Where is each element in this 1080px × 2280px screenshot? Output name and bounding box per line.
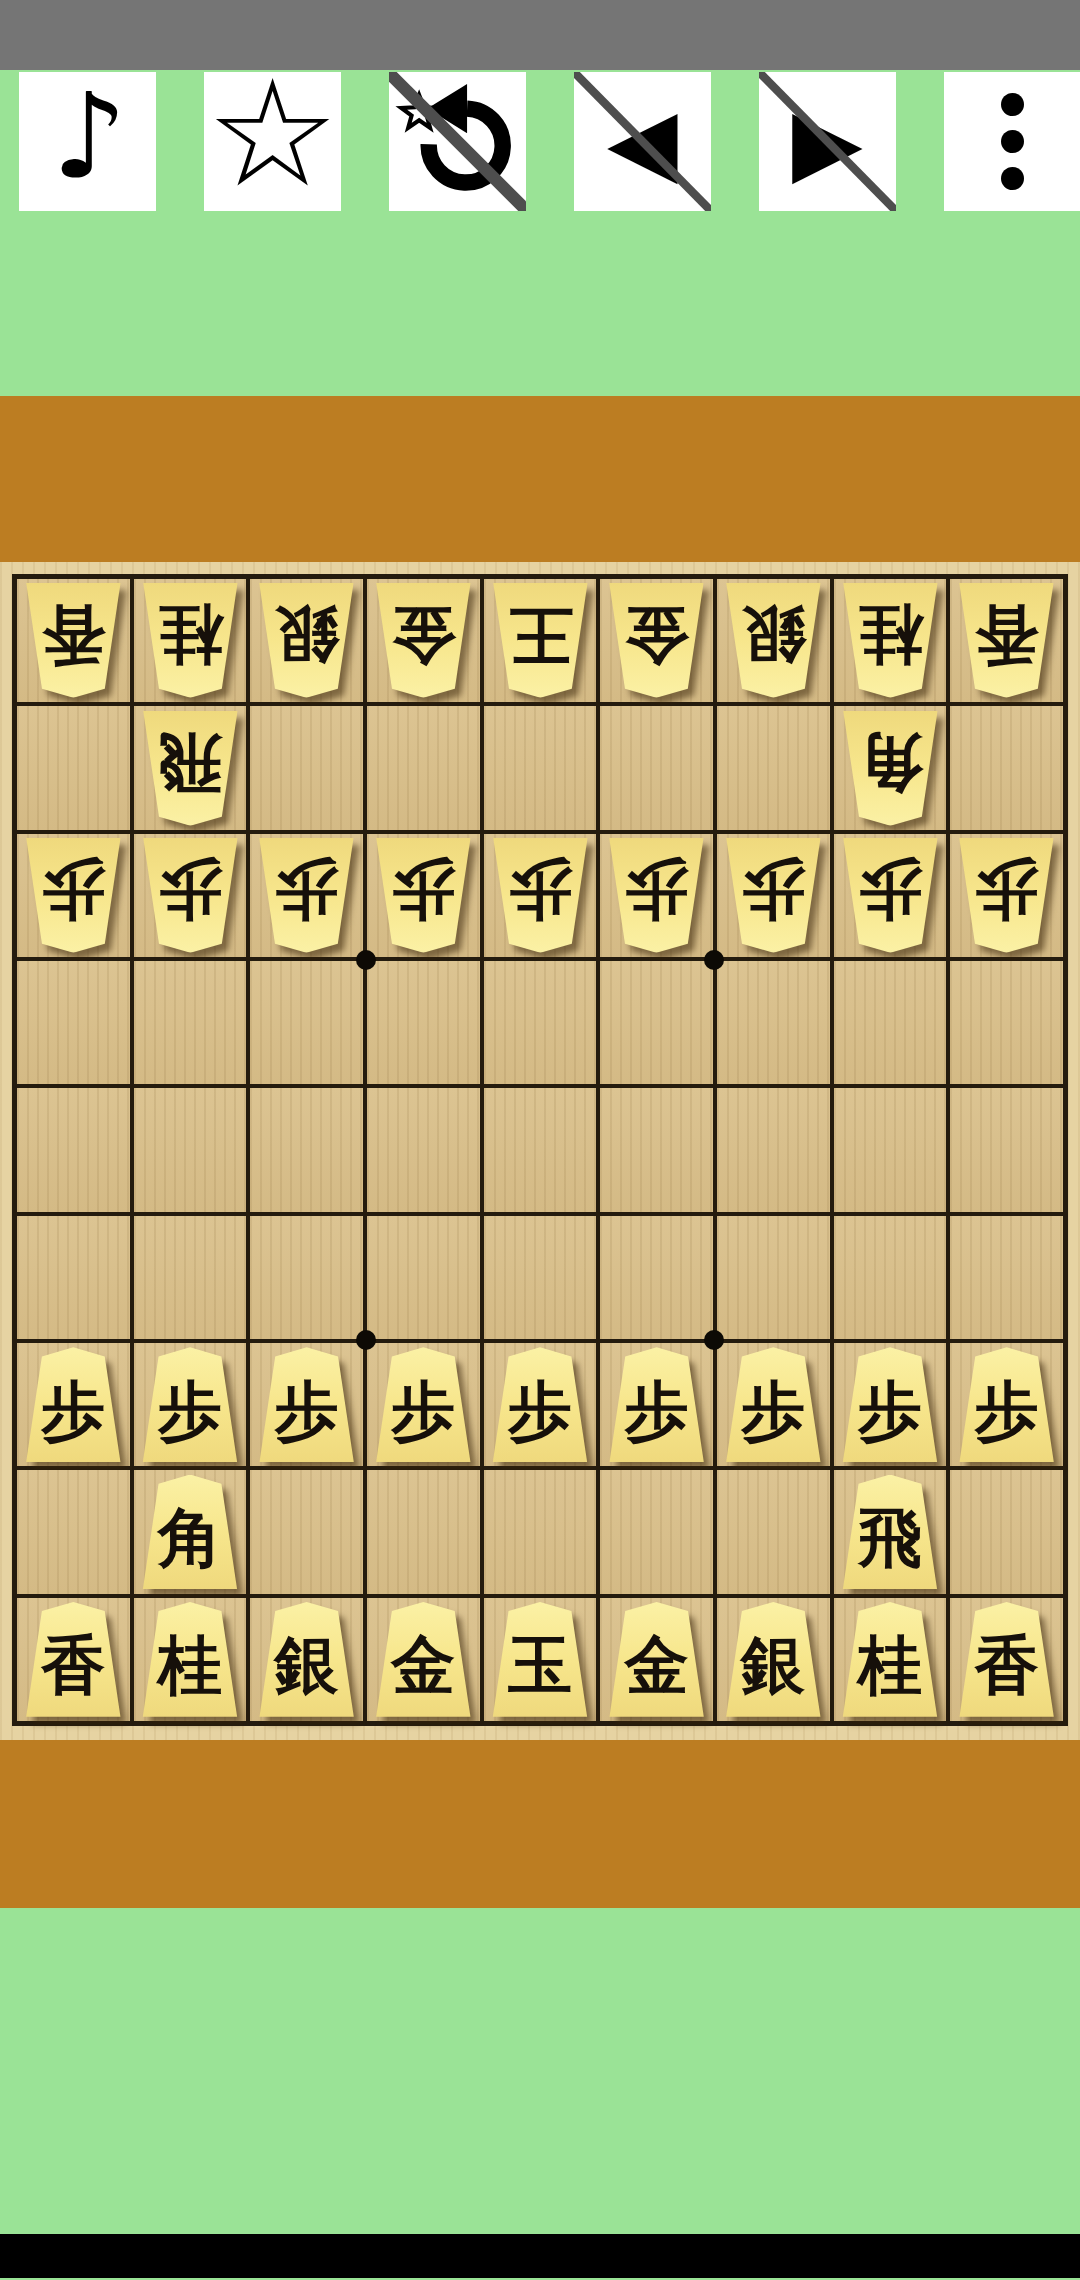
shogi-app-screen: ♪ ☆ ◀ ▶ (0, 0, 1080, 2280)
shogi-piece-sente-bishop[interactable]: 角 (138, 1472, 243, 1592)
shogi-piece-sente-pawn[interactable]: 歩 (954, 1345, 1059, 1465)
piece-kanji: 桂 (158, 603, 222, 667)
piece-body: 金 (371, 583, 476, 698)
shogi-piece-gote-rook[interactable]: 飛 (138, 708, 243, 828)
status-bar (0, 0, 1080, 70)
board-cell-1c[interactable]: 歩 (950, 834, 1063, 957)
piece-body: 歩 (138, 1347, 243, 1462)
board-cell-3b[interactable] (717, 706, 830, 829)
piece-body: 歩 (954, 1347, 1059, 1462)
piece-kanji: 歩 (508, 857, 572, 921)
shogi-piece-sente-pawn[interactable]: 歩 (21, 1345, 126, 1465)
board-cell-8c[interactable]: 歩 (134, 834, 247, 957)
board-cell-8f[interactable] (134, 1216, 247, 1339)
board-cell-4f[interactable] (600, 1216, 713, 1339)
board-cell-9h[interactable] (17, 1470, 130, 1593)
board-cell-9i[interactable]: 香 (17, 1598, 130, 1721)
shogi-piece-gote-king[interactable]: 王 (488, 581, 593, 701)
board-cell-1h[interactable] (950, 1470, 1063, 1593)
piece-body: 角 (838, 711, 943, 826)
piece-body: 王 (488, 583, 593, 698)
shogi-piece-sente-pawn[interactable]: 歩 (488, 1345, 593, 1465)
shogi-piece-gote-pawn[interactable]: 歩 (954, 836, 1059, 956)
piece-kanji: 飛 (858, 1506, 922, 1570)
piece-kanji: 金 (625, 603, 689, 667)
board-cell-7i[interactable]: 銀 (250, 1598, 363, 1721)
piece-body: 歩 (138, 838, 243, 953)
brown-band-bottom (0, 1740, 1080, 1908)
piece-body: 歩 (721, 838, 826, 953)
board-cell-4e[interactable] (600, 1088, 713, 1211)
piece-body: 銀 (721, 583, 826, 698)
music-note-icon: ♪ (52, 77, 127, 195)
piece-kanji: 歩 (41, 1379, 105, 1443)
piece-kanji: 桂 (158, 1633, 222, 1697)
board-cell-9e[interactable] (17, 1088, 130, 1211)
shogi-piece-gote-pawn[interactable]: 歩 (604, 836, 709, 956)
board-cell-3g[interactable]: 歩 (717, 1343, 830, 1466)
board-cell-7c[interactable]: 歩 (250, 834, 363, 957)
board-cell-1g[interactable]: 歩 (950, 1343, 1063, 1466)
board-cell-6i[interactable]: 金 (367, 1598, 480, 1721)
board-cell-2d[interactable] (834, 961, 947, 1084)
piece-body: 金 (604, 583, 709, 698)
board-cell-7e[interactable] (250, 1088, 363, 1211)
piece-body: 金 (604, 1602, 709, 1717)
board-cell-5d[interactable] (484, 961, 597, 1084)
forward-move-button[interactable]: ▶ (759, 72, 896, 211)
piece-body: 歩 (838, 838, 943, 953)
shogi-piece-gote-bishop[interactable]: 角 (838, 708, 943, 828)
shogi-piece-sente-pawn[interactable]: 歩 (254, 1345, 359, 1465)
piece-kanji: 歩 (275, 857, 339, 921)
shogi-piece-sente-gold[interactable]: 金 (604, 1600, 709, 1720)
board-star-point (356, 950, 376, 970)
piece-kanji: 銀 (275, 603, 339, 667)
shogi-piece-gote-pawn[interactable]: 歩 (21, 836, 126, 956)
shogi-piece-sente-silver[interactable]: 銀 (721, 1600, 826, 1720)
piece-kanji: 歩 (741, 857, 805, 921)
shogi-piece-gote-pawn[interactable]: 歩 (138, 836, 243, 956)
board-cell-8b[interactable]: 飛 (134, 706, 247, 829)
shogi-piece-gote-pawn[interactable]: 歩 (254, 836, 359, 956)
piece-body: 歩 (371, 838, 476, 953)
piece-kanji: 歩 (158, 857, 222, 921)
board-cell-3c[interactable]: 歩 (717, 834, 830, 957)
piece-body: 歩 (721, 1347, 826, 1462)
board-cell-4i[interactable]: 金 (600, 1598, 713, 1721)
board-cell-4g[interactable]: 歩 (600, 1343, 713, 1466)
shogi-piece-sente-pawn[interactable]: 歩 (838, 1345, 943, 1465)
shogi-piece-gote-silver[interactable]: 銀 (254, 581, 359, 701)
board-cell-7h[interactable] (250, 1470, 363, 1593)
board-cell-5g[interactable]: 歩 (484, 1343, 597, 1466)
board-cell-3f[interactable] (717, 1216, 830, 1339)
shogi-piece-sente-rook[interactable]: 飛 (838, 1472, 943, 1592)
piece-body: 歩 (488, 838, 593, 953)
shogi-piece-sente-silver[interactable]: 銀 (254, 1600, 359, 1720)
piece-kanji: 歩 (975, 857, 1039, 921)
shogi-piece-gote-gold[interactable]: 金 (371, 581, 476, 701)
board-cell-7a[interactable]: 銀 (250, 579, 363, 702)
shogi-board-grid: 香桂銀金王金銀桂香飛角歩歩歩歩歩歩歩歩歩歩歩歩歩歩歩歩歩歩角飛香桂銀金玉金銀桂香 (12, 574, 1068, 1726)
piece-body: 桂 (838, 583, 943, 698)
board-cell-4d[interactable] (600, 961, 713, 1084)
piece-kanji: 金 (625, 1633, 689, 1697)
board-cell-5c[interactable]: 歩 (484, 834, 597, 957)
board-cell-1a[interactable]: 香 (950, 579, 1063, 702)
triangle-left-icon: ◀ (607, 96, 678, 188)
board-star-point (704, 1330, 724, 1350)
board-cell-8g[interactable]: 歩 (134, 1343, 247, 1466)
sound-button[interactable]: ♪ (19, 72, 156, 211)
shogi-piece-gote-lance[interactable]: 香 (954, 581, 1059, 701)
shogi-piece-gote-pawn[interactable]: 歩 (721, 836, 826, 956)
board-cell-3h[interactable] (717, 1470, 830, 1593)
shogi-piece-sente-knight[interactable]: 桂 (138, 1600, 243, 1720)
board-cell-7b[interactable] (250, 706, 363, 829)
board-cell-2i[interactable]: 桂 (834, 1598, 947, 1721)
piece-kanji: 歩 (391, 857, 455, 921)
board-cell-2b[interactable]: 角 (834, 706, 947, 829)
restart-star-icon (389, 72, 526, 211)
piece-kanji: 桂 (858, 1633, 922, 1697)
piece-kanji: 歩 (975, 1379, 1039, 1443)
piece-body: 銀 (254, 1602, 359, 1717)
board-cell-2c[interactable]: 歩 (834, 834, 947, 957)
board-cell-9f[interactable] (17, 1216, 130, 1339)
piece-body: 香 (954, 1602, 1059, 1717)
triangle-right-icon: ▶ (792, 96, 863, 188)
piece-kanji: 玉 (508, 1633, 572, 1697)
piece-kanji: 歩 (275, 1379, 339, 1443)
board-cell-3a[interactable]: 銀 (717, 579, 830, 702)
piece-body: 歩 (254, 1347, 359, 1462)
board-cell-6b[interactable] (367, 706, 480, 829)
board-cell-8d[interactable] (134, 961, 247, 1084)
piece-kanji: 銀 (741, 1633, 805, 1697)
board-cell-1f[interactable] (950, 1216, 1063, 1339)
piece-body: 金 (371, 1602, 476, 1717)
favorite-button[interactable]: ☆ (204, 72, 341, 211)
piece-kanji: 香 (975, 603, 1039, 667)
star-icon: ☆ (206, 60, 339, 208)
shogi-piece-gote-pawn[interactable]: 歩 (371, 836, 476, 956)
piece-body: 飛 (838, 1475, 943, 1590)
piece-kanji: 銀 (741, 603, 805, 667)
board-cell-6h[interactable] (367, 1470, 480, 1593)
navigation-bar (0, 2234, 1080, 2278)
board-cell-1e[interactable] (950, 1088, 1063, 1211)
board-cell-6c[interactable]: 歩 (367, 834, 480, 957)
piece-kanji: 歩 (391, 1379, 455, 1443)
piece-kanji: 金 (391, 1633, 455, 1697)
board-cell-5b[interactable] (484, 706, 597, 829)
piece-body: 銀 (721, 1602, 826, 1717)
toolbar: ♪ ☆ ◀ ▶ (0, 70, 1080, 211)
board-cell-7g[interactable]: 歩 (250, 1343, 363, 1466)
piece-kanji: 歩 (41, 857, 105, 921)
board-cell-9a[interactable]: 香 (17, 579, 130, 702)
board-cell-5e[interactable] (484, 1088, 597, 1211)
shogi-piece-sente-knight[interactable]: 桂 (838, 1600, 943, 1720)
board-cell-6d[interactable] (367, 961, 480, 1084)
piece-kanji: 銀 (275, 1633, 339, 1697)
shogi-piece-gote-knight[interactable]: 桂 (138, 581, 243, 701)
board-cell-4h[interactable] (600, 1470, 713, 1593)
shogi-piece-gote-silver[interactable]: 銀 (721, 581, 826, 701)
board-cell-3d[interactable] (717, 961, 830, 1084)
shogi-piece-sente-pawn[interactable]: 歩 (371, 1345, 476, 1465)
board-star-point (356, 1330, 376, 1350)
board-cell-4c[interactable]: 歩 (600, 834, 713, 957)
board-cell-2a[interactable]: 桂 (834, 579, 947, 702)
green-spacer-bottom (0, 1908, 1080, 2234)
piece-body: 歩 (371, 1347, 476, 1462)
overflow-menu-button[interactable] (944, 72, 1080, 211)
piece-body: 香 (21, 583, 126, 698)
piece-body: 銀 (254, 583, 359, 698)
piece-body: 桂 (838, 1602, 943, 1717)
board-cell-3i[interactable]: 銀 (717, 1598, 830, 1721)
piece-kanji: 桂 (858, 603, 922, 667)
shogi-piece-sente-pawn[interactable]: 歩 (721, 1345, 826, 1465)
piece-kanji: 歩 (741, 1379, 805, 1443)
board-star-point (704, 950, 724, 970)
restart-button[interactable] (389, 72, 526, 211)
board-cell-6g[interactable]: 歩 (367, 1343, 480, 1466)
piece-kanji: 歩 (625, 1379, 689, 1443)
back-move-button[interactable]: ◀ (574, 72, 711, 211)
board-cell-2g[interactable]: 歩 (834, 1343, 947, 1466)
piece-body: 飛 (138, 711, 243, 826)
piece-kanji: 歩 (508, 1379, 572, 1443)
board-cell-9g[interactable]: 歩 (17, 1343, 130, 1466)
board-cell-8e[interactable] (134, 1088, 247, 1211)
piece-kanji: 香 (975, 1633, 1039, 1697)
shogi-piece-gote-lance[interactable]: 香 (21, 581, 126, 701)
piece-body: 香 (21, 1602, 126, 1717)
vertical-dots-icon (1001, 93, 1024, 190)
board-cell-9c[interactable]: 歩 (17, 834, 130, 957)
brown-band-top (0, 396, 1080, 562)
board-cell-9b[interactable] (17, 706, 130, 829)
piece-body: 歩 (254, 838, 359, 953)
piece-body: 玉 (488, 1602, 593, 1717)
board-cell-6a[interactable]: 金 (367, 579, 480, 702)
board-cell-2h[interactable]: 飛 (834, 1470, 947, 1593)
board-cell-6f[interactable] (367, 1216, 480, 1339)
piece-body: 歩 (838, 1347, 943, 1462)
piece-kanji: 香 (41, 1633, 105, 1697)
board-cell-9d[interactable] (17, 961, 130, 1084)
piece-body: 歩 (604, 838, 709, 953)
shogi-piece-gote-knight[interactable]: 桂 (838, 581, 943, 701)
shogi-board: 香桂銀金王金銀桂香飛角歩歩歩歩歩歩歩歩歩歩歩歩歩歩歩歩歩歩角飛香桂銀金玉金銀桂香 (0, 562, 1080, 1740)
piece-body: 歩 (488, 1347, 593, 1462)
shogi-piece-gote-pawn[interactable]: 歩 (838, 836, 943, 956)
board-cell-5f[interactable] (484, 1216, 597, 1339)
shogi-piece-gote-gold[interactable]: 金 (604, 581, 709, 701)
shogi-piece-sente-lance[interactable]: 香 (954, 1600, 1059, 1720)
board-cell-1b[interactable] (950, 706, 1063, 829)
piece-body: 桂 (138, 1602, 243, 1717)
piece-kanji: 角 (858, 730, 922, 794)
board-cell-7f[interactable] (250, 1216, 363, 1339)
piece-body: 歩 (604, 1347, 709, 1462)
board-cell-2e[interactable] (834, 1088, 947, 1211)
shogi-piece-sente-king[interactable]: 玉 (488, 1600, 593, 1720)
board-cell-6e[interactable] (367, 1088, 480, 1211)
board-cell-1i[interactable]: 香 (950, 1598, 1063, 1721)
shogi-piece-sente-pawn[interactable]: 歩 (604, 1345, 709, 1465)
piece-body: 角 (138, 1475, 243, 1590)
board-cell-7d[interactable] (250, 961, 363, 1084)
piece-body: 歩 (954, 838, 1059, 953)
piece-body: 香 (954, 583, 1059, 698)
board-cell-8i[interactable]: 桂 (134, 1598, 247, 1721)
piece-kanji: 飛 (158, 730, 222, 794)
shogi-piece-sente-gold[interactable]: 金 (371, 1600, 476, 1720)
board-cell-4b[interactable] (600, 706, 713, 829)
shogi-piece-gote-pawn[interactable]: 歩 (488, 836, 593, 956)
piece-kanji: 角 (158, 1506, 222, 1570)
piece-kanji: 歩 (858, 1379, 922, 1443)
board-cell-8h[interactable]: 角 (134, 1470, 247, 1593)
board-cell-5a[interactable]: 王 (484, 579, 597, 702)
piece-kanji: 王 (508, 603, 572, 667)
board-cell-2f[interactable] (834, 1216, 947, 1339)
board-cell-5i[interactable]: 玉 (484, 1598, 597, 1721)
board-cell-8a[interactable]: 桂 (134, 579, 247, 702)
piece-body: 歩 (21, 838, 126, 953)
green-spacer-top (0, 211, 1080, 396)
piece-kanji: 歩 (625, 857, 689, 921)
piece-kanji: 歩 (858, 857, 922, 921)
piece-kanji: 香 (41, 603, 105, 667)
piece-body: 桂 (138, 583, 243, 698)
piece-body: 歩 (21, 1347, 126, 1462)
board-cell-1d[interactable] (950, 961, 1063, 1084)
shogi-piece-sente-lance[interactable]: 香 (21, 1600, 126, 1720)
board-cell-4a[interactable]: 金 (600, 579, 713, 702)
shogi-piece-sente-pawn[interactable]: 歩 (138, 1345, 243, 1465)
piece-kanji: 歩 (158, 1379, 222, 1443)
piece-kanji: 金 (391, 603, 455, 667)
board-cell-3e[interactable] (717, 1088, 830, 1211)
board-cell-5h[interactable] (484, 1470, 597, 1593)
